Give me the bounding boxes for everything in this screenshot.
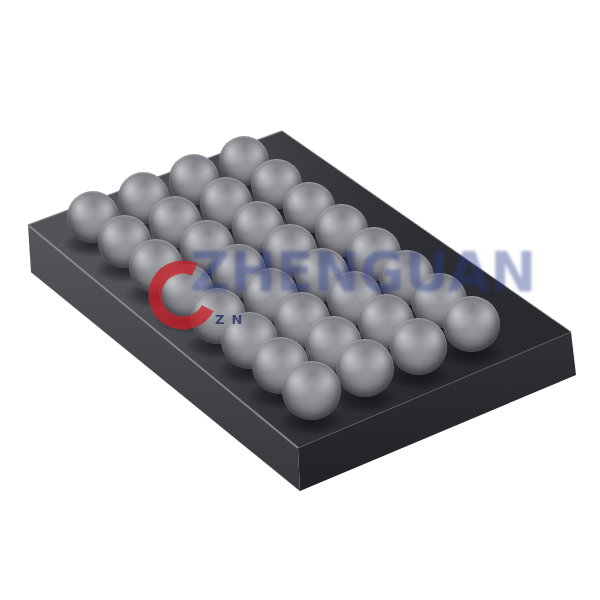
solder-ball [390, 318, 447, 375]
solder-ball [282, 361, 341, 420]
bga-chip-product-photo: ZHENGUAN ZN [0, 0, 600, 600]
solder-ball [443, 296, 499, 352]
solder-ball [336, 339, 394, 397]
solder-ball-grid [0, 0, 600, 600]
